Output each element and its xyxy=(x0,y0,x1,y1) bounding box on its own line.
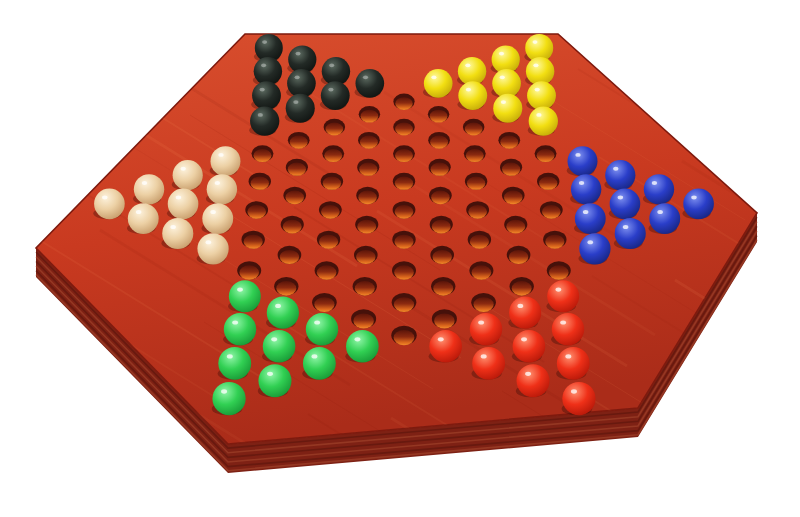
photo-scene xyxy=(0,0,800,517)
chinese-checkers-board-photo xyxy=(0,0,800,517)
